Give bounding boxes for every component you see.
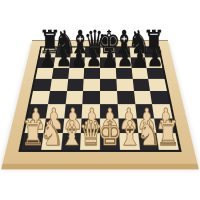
piece-black-pawn-h7[interactable]: ♟ [147,47,164,70]
chess-set-photo: ♜♞♝♛♚♝♞♜♟♟♟♟♟♟♟♟♟♟♟♟♟♟♟♟♜♞♝♛♚♝♞♜ [0,0,200,200]
piece-black-pawn-b7[interactable]: ♟ [55,47,72,70]
piece-black-pawn-c7[interactable]: ♟ [71,47,88,70]
piece-black-pawn-d7[interactable]: ♟ [86,47,103,70]
piece-black-pawn-a7[interactable]: ♟ [40,47,57,70]
piece-black-pawn-e7[interactable]: ♟ [101,47,118,70]
piece-black-pawn-f7[interactable]: ♟ [117,47,134,70]
pieces-layer: ♜♞♝♛♚♝♞♜♟♟♟♟♟♟♟♟♟♟♟♟♟♟♟♟♜♞♝♛♚♝♞♜ [0,0,200,200]
piece-white-rook-h1[interactable]: ♜ [156,116,180,150]
